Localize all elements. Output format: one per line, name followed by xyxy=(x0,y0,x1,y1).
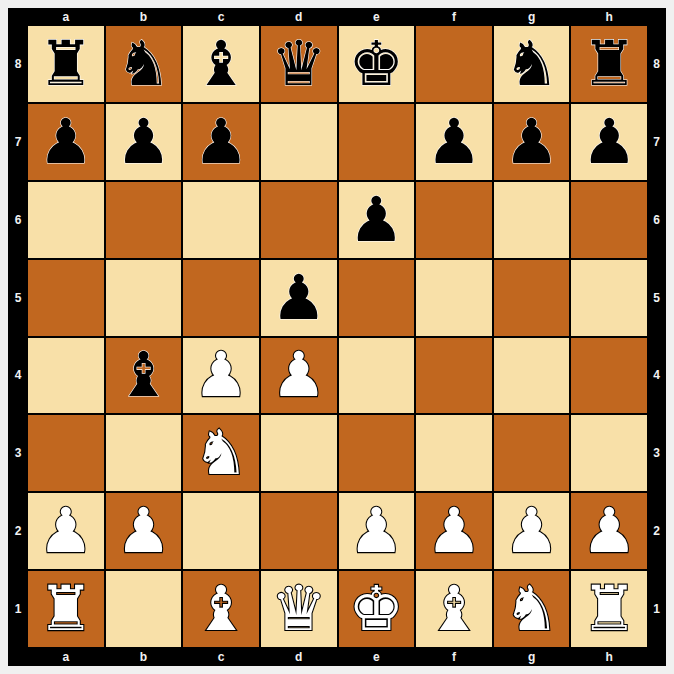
square-a1[interactable]: ♜ xyxy=(28,571,104,647)
file-label-a: a xyxy=(28,8,104,26)
file-label-b: b xyxy=(106,647,182,666)
file-label-h: h xyxy=(571,647,647,666)
file-label-c: c xyxy=(183,8,259,26)
file-label-c: c xyxy=(183,647,259,666)
square-e5[interactable] xyxy=(339,260,415,336)
file-label-g: g xyxy=(494,8,570,26)
piece-black-pawn: ♟ xyxy=(581,111,637,173)
piece-white-pawn: ♟ xyxy=(581,500,637,562)
square-a6[interactable] xyxy=(28,182,104,258)
square-h6[interactable] xyxy=(571,182,647,258)
piece-black-pawn: ♟ xyxy=(271,267,327,329)
square-e2[interactable]: ♟ xyxy=(339,493,415,569)
piece-white-pawn: ♟ xyxy=(426,500,482,562)
piece-black-rook: ♜ xyxy=(581,33,637,95)
square-h8[interactable]: ♜ xyxy=(571,26,647,102)
rank-label-6: 6 xyxy=(8,182,28,258)
square-d2[interactable] xyxy=(261,493,337,569)
square-c4[interactable]: ♟ xyxy=(183,338,259,414)
square-e8[interactable]: ♚ xyxy=(339,26,415,102)
square-e7[interactable] xyxy=(339,104,415,180)
piece-white-pawn: ♟ xyxy=(38,500,94,562)
square-h5[interactable] xyxy=(571,260,647,336)
square-f8[interactable] xyxy=(416,26,492,102)
chess-board: ♜♞♝♛♚♞♜♟♟♟♟♟♟♟♟♝♟♟♞♟♟♟♟♟♟♜♝♛♚♝♞♜ xyxy=(28,26,647,647)
file-label-b: b xyxy=(106,8,182,26)
rank-label-2: 2 xyxy=(647,493,666,569)
square-f1[interactable]: ♝ xyxy=(416,571,492,647)
square-g6[interactable] xyxy=(494,182,570,258)
piece-white-pawn: ♟ xyxy=(271,344,327,406)
rank-labels-right: 87654321 xyxy=(647,26,666,647)
piece-black-pawn: ♟ xyxy=(504,111,560,173)
square-f4[interactable] xyxy=(416,338,492,414)
square-b4[interactable]: ♝ xyxy=(106,338,182,414)
square-g2[interactable]: ♟ xyxy=(494,493,570,569)
square-c7[interactable]: ♟ xyxy=(183,104,259,180)
square-d3[interactable] xyxy=(261,415,337,491)
rank-label-8: 8 xyxy=(647,26,666,102)
piece-black-pawn: ♟ xyxy=(349,189,405,251)
square-h1[interactable]: ♜ xyxy=(571,571,647,647)
rank-label-3: 3 xyxy=(647,415,666,491)
square-a7[interactable]: ♟ xyxy=(28,104,104,180)
square-f7[interactable]: ♟ xyxy=(416,104,492,180)
piece-white-bishop: ♝ xyxy=(193,578,249,640)
rank-label-7: 7 xyxy=(8,104,28,180)
piece-black-pawn: ♟ xyxy=(116,111,172,173)
square-g4[interactable] xyxy=(494,338,570,414)
piece-black-pawn: ♟ xyxy=(193,111,249,173)
file-labels-bottom: abcdefgh xyxy=(28,647,647,666)
square-g3[interactable] xyxy=(494,415,570,491)
square-c5[interactable] xyxy=(183,260,259,336)
square-e1[interactable]: ♚ xyxy=(339,571,415,647)
square-f2[interactable]: ♟ xyxy=(416,493,492,569)
piece-black-queen: ♛ xyxy=(271,33,327,95)
piece-white-bishop: ♝ xyxy=(426,578,482,640)
piece-black-bishop: ♝ xyxy=(116,344,172,406)
square-a5[interactable] xyxy=(28,260,104,336)
square-a4[interactable] xyxy=(28,338,104,414)
piece-white-knight: ♞ xyxy=(193,422,249,484)
file-label-f: f xyxy=(416,647,492,666)
file-label-f: f xyxy=(416,8,492,26)
square-b1[interactable] xyxy=(106,571,182,647)
square-b2[interactable]: ♟ xyxy=(106,493,182,569)
piece-black-knight: ♞ xyxy=(504,33,560,95)
piece-black-pawn: ♟ xyxy=(38,111,94,173)
square-a2[interactable]: ♟ xyxy=(28,493,104,569)
square-b3[interactable] xyxy=(106,415,182,491)
rank-label-5: 5 xyxy=(647,260,666,336)
square-b8[interactable]: ♞ xyxy=(106,26,182,102)
square-d6[interactable] xyxy=(261,182,337,258)
square-h3[interactable] xyxy=(571,415,647,491)
square-a8[interactable]: ♜ xyxy=(28,26,104,102)
square-g8[interactable]: ♞ xyxy=(494,26,570,102)
square-e4[interactable] xyxy=(339,338,415,414)
piece-black-knight: ♞ xyxy=(116,33,172,95)
rank-label-1: 1 xyxy=(8,571,28,647)
file-label-a: a xyxy=(28,647,104,666)
square-b7[interactable]: ♟ xyxy=(106,104,182,180)
board-frame: abcdefgh 87654321 87654321 abcdefgh ♜♞♝♛… xyxy=(8,8,666,666)
square-d8[interactable]: ♛ xyxy=(261,26,337,102)
square-e6[interactable]: ♟ xyxy=(339,182,415,258)
file-label-h: h xyxy=(571,8,647,26)
file-label-d: d xyxy=(261,647,337,666)
piece-white-pawn: ♟ xyxy=(349,500,405,562)
square-c2[interactable] xyxy=(183,493,259,569)
file-label-e: e xyxy=(339,647,415,666)
square-d4[interactable]: ♟ xyxy=(261,338,337,414)
piece-white-pawn: ♟ xyxy=(193,344,249,406)
square-h7[interactable]: ♟ xyxy=(571,104,647,180)
file-labels-top: abcdefgh xyxy=(28,8,647,26)
rank-label-6: 6 xyxy=(647,182,666,258)
square-f3[interactable] xyxy=(416,415,492,491)
square-d1[interactable]: ♛ xyxy=(261,571,337,647)
square-b5[interactable] xyxy=(106,260,182,336)
file-label-d: d xyxy=(261,8,337,26)
piece-black-king: ♚ xyxy=(349,33,405,95)
square-e3[interactable] xyxy=(339,415,415,491)
rank-label-2: 2 xyxy=(8,493,28,569)
square-c1[interactable]: ♝ xyxy=(183,571,259,647)
square-c8[interactable]: ♝ xyxy=(183,26,259,102)
rank-label-5: 5 xyxy=(8,260,28,336)
square-c6[interactable] xyxy=(183,182,259,258)
piece-black-rook: ♜ xyxy=(38,33,94,95)
piece-white-knight: ♞ xyxy=(504,578,560,640)
square-d7[interactable] xyxy=(261,104,337,180)
square-f6[interactable] xyxy=(416,182,492,258)
rank-label-7: 7 xyxy=(647,104,666,180)
piece-white-king: ♚ xyxy=(349,578,405,640)
file-label-g: g xyxy=(494,647,570,666)
piece-white-rook: ♜ xyxy=(38,578,94,640)
piece-white-rook: ♜ xyxy=(581,578,637,640)
piece-black-bishop: ♝ xyxy=(193,33,249,95)
file-label-e: e xyxy=(339,8,415,26)
chessboard-page: abcdefgh 87654321 87654321 abcdefgh ♜♞♝♛… xyxy=(0,0,674,674)
piece-white-pawn: ♟ xyxy=(504,500,560,562)
square-h4[interactable] xyxy=(571,338,647,414)
square-h2[interactable]: ♟ xyxy=(571,493,647,569)
rank-label-8: 8 xyxy=(8,26,28,102)
square-c3[interactable]: ♞ xyxy=(183,415,259,491)
piece-white-pawn: ♟ xyxy=(116,500,172,562)
rank-label-4: 4 xyxy=(8,338,28,414)
piece-black-pawn: ♟ xyxy=(426,111,482,173)
square-b6[interactable] xyxy=(106,182,182,258)
square-g5[interactable] xyxy=(494,260,570,336)
rank-label-1: 1 xyxy=(647,571,666,647)
rank-labels-left: 87654321 xyxy=(8,26,28,647)
rank-label-3: 3 xyxy=(8,415,28,491)
square-g1[interactable]: ♞ xyxy=(494,571,570,647)
square-g7[interactable]: ♟ xyxy=(494,104,570,180)
square-a3[interactable] xyxy=(28,415,104,491)
piece-white-queen: ♛ xyxy=(271,578,327,640)
square-d5[interactable]: ♟ xyxy=(261,260,337,336)
square-f5[interactable] xyxy=(416,260,492,336)
rank-label-4: 4 xyxy=(647,338,666,414)
